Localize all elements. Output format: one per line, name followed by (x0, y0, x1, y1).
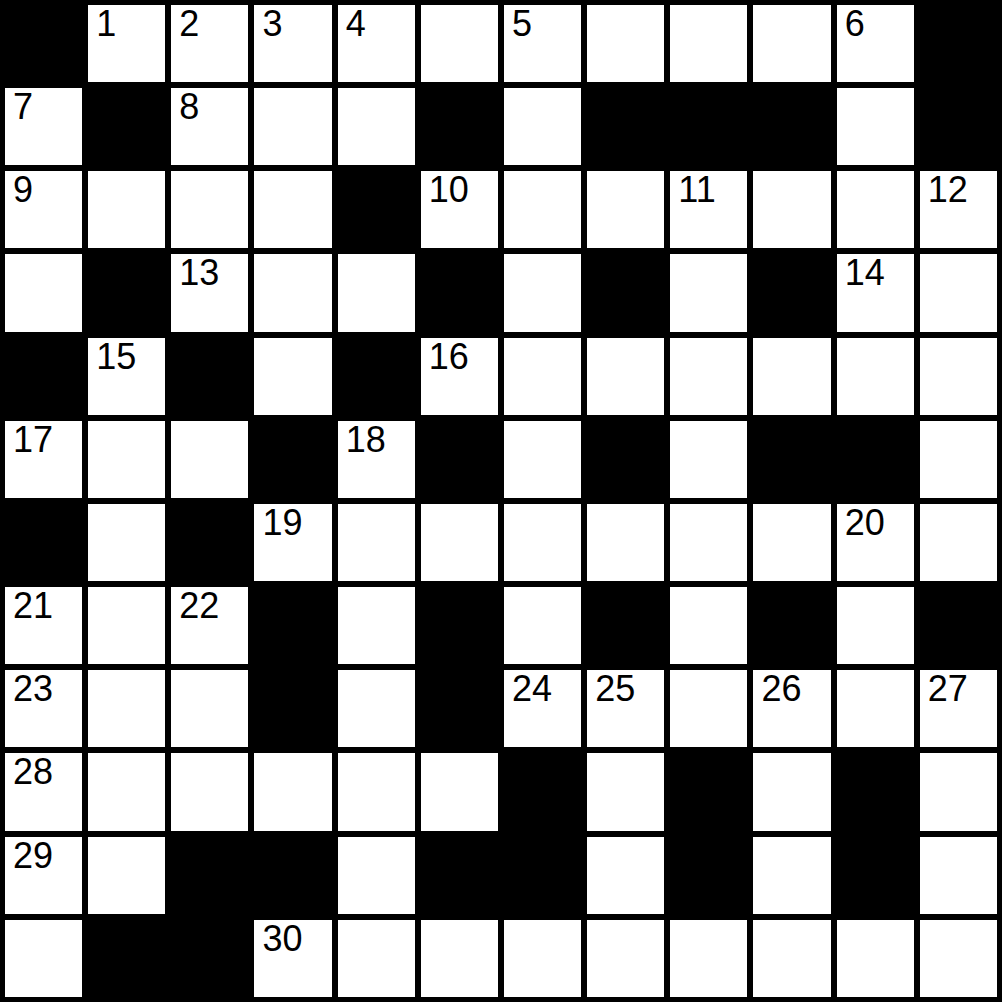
clue-number-5: 5 (512, 6, 532, 42)
white-cell-r9c3[interactable] (251, 750, 334, 833)
white-cell-r11c7[interactable] (584, 917, 667, 1000)
black-cell-r1c9 (750, 85, 833, 168)
black-cell-r5c7 (584, 418, 667, 501)
black-cell-r7c5 (418, 584, 501, 667)
white-cell-r7c2[interactable]: 22 (168, 584, 251, 667)
black-cell-r6c0 (2, 501, 85, 584)
clue-number-3: 3 (262, 6, 282, 42)
white-cell-r10c9[interactable] (750, 834, 833, 917)
black-cell-r9c6 (501, 750, 584, 833)
white-cell-r11c3[interactable]: 30 (251, 917, 334, 1000)
white-cell-r10c0[interactable]: 29 (2, 834, 85, 917)
clue-number-18: 18 (346, 422, 386, 458)
white-cell-r4c10[interactable] (834, 335, 917, 418)
white-cell-r1c0[interactable]: 7 (2, 85, 85, 168)
white-cell-r2c9[interactable] (750, 168, 833, 251)
clue-number-19: 19 (262, 505, 302, 541)
white-cell-r10c11[interactable] (917, 834, 1000, 917)
black-cell-r10c2 (168, 834, 251, 917)
white-cell-r11c8[interactable] (667, 917, 750, 1000)
white-cell-r0c8[interactable] (667, 2, 750, 85)
white-cell-r6c3[interactable]: 19 (251, 501, 334, 584)
black-cell-r10c3 (251, 834, 334, 917)
white-cell-r4c8[interactable] (667, 335, 750, 418)
white-cell-r4c9[interactable] (750, 335, 833, 418)
white-cell-r1c6[interactable] (501, 85, 584, 168)
white-cell-r6c10[interactable]: 20 (834, 501, 917, 584)
clue-number-4: 4 (346, 6, 366, 42)
black-cell-r4c4 (335, 335, 418, 418)
clue-number-21: 21 (13, 588, 53, 624)
clue-number-12: 12 (928, 172, 968, 208)
white-cell-r9c1[interactable] (85, 750, 168, 833)
white-cell-r7c1[interactable] (85, 584, 168, 667)
white-cell-r6c9[interactable] (750, 501, 833, 584)
white-cell-r4c6[interactable] (501, 335, 584, 418)
white-cell-r0c7[interactable] (584, 2, 667, 85)
white-cell-r6c6[interactable] (501, 501, 584, 584)
clue-number-20: 20 (845, 505, 885, 541)
white-cell-r6c5[interactable] (418, 501, 501, 584)
white-cell-r8c0[interactable]: 23 (2, 667, 85, 750)
black-cell-r5c10 (834, 418, 917, 501)
white-cell-r7c0[interactable]: 21 (2, 584, 85, 667)
white-cell-r2c11[interactable]: 12 (917, 168, 1000, 251)
white-cell-r0c4[interactable]: 4 (335, 2, 418, 85)
clue-number-13: 13 (179, 255, 219, 291)
black-cell-r8c5 (418, 667, 501, 750)
white-cell-r11c10[interactable] (834, 917, 917, 1000)
black-cell-r10c6 (501, 834, 584, 917)
white-cell-r5c11[interactable] (917, 418, 1000, 501)
black-cell-r11c1 (85, 917, 168, 1000)
black-cell-r4c2 (168, 335, 251, 418)
white-cell-r4c5[interactable]: 16 (418, 335, 501, 418)
white-cell-r3c2[interactable]: 13 (168, 251, 251, 334)
clue-number-28: 28 (13, 754, 53, 790)
white-cell-r9c11[interactable] (917, 750, 1000, 833)
white-cell-r5c2[interactable] (168, 418, 251, 501)
white-cell-r8c2[interactable] (168, 667, 251, 750)
white-cell-r11c6[interactable] (501, 917, 584, 1000)
white-cell-r6c11[interactable] (917, 501, 1000, 584)
black-cell-r1c1 (85, 85, 168, 168)
black-cell-r0c0 (2, 2, 85, 85)
black-cell-r7c9 (750, 584, 833, 667)
white-cell-r1c10[interactable] (834, 85, 917, 168)
black-cell-r5c9 (750, 418, 833, 501)
black-cell-r7c7 (584, 584, 667, 667)
black-cell-r10c10 (834, 834, 917, 917)
white-cell-r5c8[interactable] (667, 418, 750, 501)
white-cell-r3c10[interactable]: 14 (834, 251, 917, 334)
white-cell-r10c7[interactable] (584, 834, 667, 917)
white-cell-r2c3[interactable] (251, 168, 334, 251)
white-cell-r2c2[interactable] (168, 168, 251, 251)
white-cell-r2c10[interactable] (834, 168, 917, 251)
white-cell-r1c3[interactable] (251, 85, 334, 168)
crossword-board: 1234567891011121314151617181920212223242… (0, 0, 1002, 1002)
clue-number-7: 7 (13, 89, 33, 125)
black-cell-r8c3 (251, 667, 334, 750)
white-cell-r6c1[interactable] (85, 501, 168, 584)
black-cell-r10c5 (418, 834, 501, 917)
black-cell-r3c9 (750, 251, 833, 334)
white-cell-r2c1[interactable] (85, 168, 168, 251)
black-cell-r1c7 (584, 85, 667, 168)
white-cell-r2c7[interactable] (584, 168, 667, 251)
clue-number-22: 22 (179, 588, 219, 624)
white-cell-r9c9[interactable] (750, 750, 833, 833)
white-cell-r0c1[interactable]: 1 (85, 2, 168, 85)
white-cell-r3c6[interactable] (501, 251, 584, 334)
white-cell-r11c0[interactable] (2, 917, 85, 1000)
white-cell-r3c8[interactable] (667, 251, 750, 334)
black-cell-r3c1 (85, 251, 168, 334)
white-cell-r7c8[interactable] (667, 584, 750, 667)
black-cell-r1c8 (667, 85, 750, 168)
white-cell-r0c2[interactable]: 2 (168, 2, 251, 85)
white-cell-r11c11[interactable] (917, 917, 1000, 1000)
clue-number-10: 10 (429, 172, 469, 208)
white-cell-r1c4[interactable] (335, 85, 418, 168)
white-cell-r2c6[interactable] (501, 168, 584, 251)
white-cell-r8c9[interactable]: 26 (750, 667, 833, 750)
black-cell-r9c10 (834, 750, 917, 833)
white-cell-r9c0[interactable]: 28 (2, 750, 85, 833)
white-cell-r10c1[interactable] (85, 834, 168, 917)
white-cell-r8c6[interactable]: 24 (501, 667, 584, 750)
white-cell-r9c7[interactable] (584, 750, 667, 833)
black-cell-r4c0 (2, 335, 85, 418)
clue-number-15: 15 (96, 339, 136, 375)
white-cell-r9c4[interactable] (335, 750, 418, 833)
white-cell-r5c1[interactable] (85, 418, 168, 501)
clue-number-25: 25 (595, 671, 635, 707)
black-cell-r7c11 (917, 584, 1000, 667)
white-cell-r8c10[interactable] (834, 667, 917, 750)
white-cell-r6c8[interactable] (667, 501, 750, 584)
clue-number-9: 9 (13, 172, 33, 208)
white-cell-r3c4[interactable] (335, 251, 418, 334)
clue-number-24: 24 (512, 671, 552, 707)
black-cell-r3c5 (418, 251, 501, 334)
white-cell-r8c4[interactable] (335, 667, 418, 750)
white-cell-r8c11[interactable]: 27 (917, 667, 1000, 750)
white-cell-r10c4[interactable] (335, 834, 418, 917)
clue-number-23: 23 (13, 671, 53, 707)
black-cell-r0c11 (917, 2, 1000, 85)
black-cell-r9c8 (667, 750, 750, 833)
white-cell-r9c2[interactable] (168, 750, 251, 833)
white-cell-r0c9[interactable] (750, 2, 833, 85)
white-cell-r11c5[interactable] (418, 917, 501, 1000)
clue-number-2: 2 (179, 6, 199, 42)
clue-number-8: 8 (179, 89, 199, 125)
white-cell-r7c10[interactable] (834, 584, 917, 667)
black-cell-r1c5 (418, 85, 501, 168)
white-cell-r0c6[interactable]: 5 (501, 2, 584, 85)
white-cell-r7c4[interactable] (335, 584, 418, 667)
white-cell-r0c10[interactable]: 6 (834, 2, 917, 85)
white-cell-r7c6[interactable] (501, 584, 584, 667)
white-cell-r4c7[interactable] (584, 335, 667, 418)
white-cell-r4c3[interactable] (251, 335, 334, 418)
white-cell-r0c5[interactable] (418, 2, 501, 85)
white-cell-r8c1[interactable] (85, 667, 168, 750)
white-cell-r11c9[interactable] (750, 917, 833, 1000)
clue-number-30: 30 (262, 921, 302, 957)
clue-number-1: 1 (96, 6, 116, 42)
black-cell-r5c5 (418, 418, 501, 501)
clue-number-16: 16 (429, 339, 469, 375)
white-cell-r8c7[interactable]: 25 (584, 667, 667, 750)
white-cell-r6c7[interactable] (584, 501, 667, 584)
black-cell-r2c4 (335, 168, 418, 251)
clue-number-6: 6 (845, 6, 865, 42)
white-cell-r4c11[interactable] (917, 335, 1000, 418)
white-cell-r6c4[interactable] (335, 501, 418, 584)
white-cell-r11c4[interactable] (335, 917, 418, 1000)
white-cell-r5c4[interactable]: 18 (335, 418, 418, 501)
white-cell-r3c11[interactable] (917, 251, 1000, 334)
white-cell-r3c0[interactable] (2, 251, 85, 334)
white-cell-r4c1[interactable]: 15 (85, 335, 168, 418)
black-cell-r3c7 (584, 251, 667, 334)
white-cell-r9c5[interactable] (418, 750, 501, 833)
white-cell-r1c2[interactable]: 8 (168, 85, 251, 168)
white-cell-r3c3[interactable] (251, 251, 334, 334)
white-cell-r5c0[interactable]: 17 (2, 418, 85, 501)
black-cell-r11c2 (168, 917, 251, 1000)
black-cell-r1c11 (917, 85, 1000, 168)
black-cell-r6c2 (168, 501, 251, 584)
white-cell-r2c5[interactable]: 10 (418, 168, 501, 251)
clue-number-26: 26 (761, 671, 801, 707)
white-cell-r5c6[interactable] (501, 418, 584, 501)
clue-number-17: 17 (13, 422, 53, 458)
white-cell-r2c8[interactable]: 11 (667, 168, 750, 251)
white-cell-r8c8[interactable] (667, 667, 750, 750)
clue-number-27: 27 (928, 671, 968, 707)
black-cell-r7c3 (251, 584, 334, 667)
black-cell-r5c3 (251, 418, 334, 501)
white-cell-r2c0[interactable]: 9 (2, 168, 85, 251)
clue-number-11: 11 (678, 172, 715, 208)
black-cell-r10c8 (667, 834, 750, 917)
clue-number-14: 14 (845, 255, 885, 291)
white-cell-r0c3[interactable]: 3 (251, 2, 334, 85)
clue-number-29: 29 (13, 838, 53, 874)
